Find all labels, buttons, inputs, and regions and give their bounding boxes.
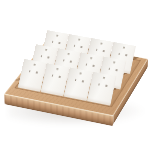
post-hole-left (74, 79, 76, 81)
post-hole-right (58, 76, 60, 78)
post-hole-right (102, 50, 104, 52)
hang-hole (56, 67, 59, 70)
hang-hole (67, 52, 70, 55)
post-hole-right (81, 80, 83, 82)
post-hole-left (96, 49, 98, 51)
post-hole-right (80, 46, 82, 48)
earring-card (87, 72, 117, 106)
post-hole-left (52, 41, 54, 43)
display-tray-photo (0, 0, 160, 160)
post-hole-right (35, 71, 37, 73)
post-hole-right (92, 65, 94, 67)
post-hole-left (85, 63, 87, 65)
hang-hole (78, 38, 81, 41)
post-hole-left (98, 83, 100, 85)
post-hole-right (115, 69, 117, 71)
hang-hole (33, 63, 36, 66)
post-hole-left (63, 59, 65, 61)
post-hole-right (105, 85, 107, 87)
hang-hole (100, 42, 103, 45)
post-hole-right (69, 60, 71, 62)
hang-hole (102, 76, 105, 79)
post-hole-left (51, 74, 53, 76)
hang-hole (79, 72, 82, 75)
post-hole-right (58, 42, 60, 44)
post-hole-right (125, 54, 127, 56)
hang-hole (56, 34, 59, 37)
post-hole-left (73, 45, 75, 47)
hang-hole (90, 57, 93, 60)
post-hole-left (108, 68, 110, 70)
post-hole-left (29, 70, 31, 72)
post-hole-left (118, 53, 120, 55)
hang-hole (122, 46, 125, 49)
hang-hole (113, 61, 116, 64)
